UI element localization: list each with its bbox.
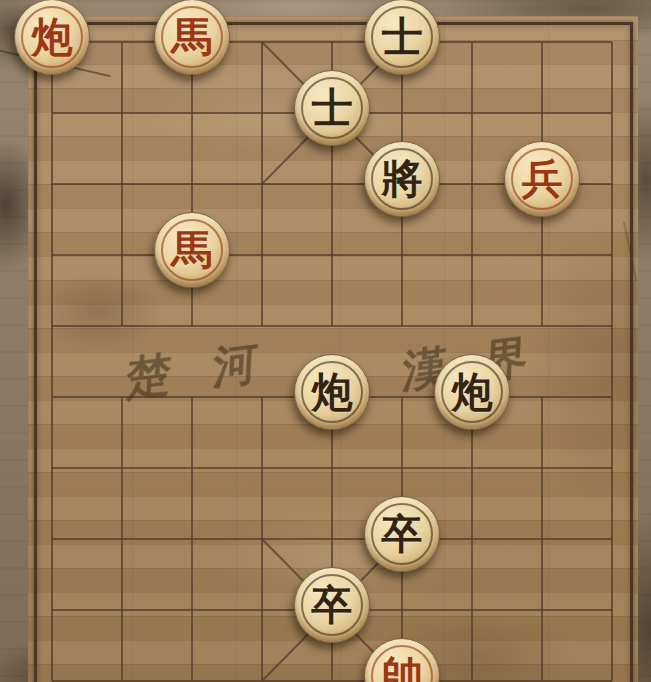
piece-disc: 士 <box>364 0 440 75</box>
piece-red-horse[interactable]: 馬 <box>154 0 230 75</box>
grid-file-line <box>471 42 473 326</box>
piece-character: 士 <box>382 17 423 58</box>
piece-red-horse[interactable]: 馬 <box>154 212 230 288</box>
piece-black-advisor[interactable]: 士 <box>364 0 440 75</box>
piece-disc: 炮 <box>434 354 510 430</box>
piece-disc: 帥 <box>364 638 440 682</box>
piece-character: 兵 <box>522 159 563 200</box>
piece-disc: 將 <box>364 141 440 217</box>
grid-file-line <box>121 397 123 681</box>
piece-character: 馬 <box>172 230 213 271</box>
piece-character: 士 <box>312 88 353 129</box>
piece-character: 帥 <box>382 656 423 682</box>
piece-disc: 馬 <box>154 0 230 75</box>
piece-black-cannon[interactable]: 炮 <box>294 354 370 430</box>
piece-disc: 卒 <box>294 567 370 643</box>
grid-file-line <box>471 397 473 681</box>
piece-disc: 卒 <box>364 496 440 572</box>
piece-red-soldier[interactable]: 兵 <box>504 141 580 217</box>
piece-black-general[interactable]: 將 <box>364 141 440 217</box>
grid-file-line <box>541 397 543 681</box>
piece-character: 卒 <box>382 514 423 555</box>
piece-character: 炮 <box>452 372 493 413</box>
xiangqi-game-screenshot: 楚河 漢界 炮馬士士將兵馬炮炮卒卒帥 <box>0 0 651 682</box>
piece-character: 馬 <box>172 17 213 58</box>
grid-file-line <box>51 42 53 681</box>
piece-character: 將 <box>382 159 423 200</box>
piece-character: 炮 <box>312 372 353 413</box>
grid-file-line <box>611 42 613 681</box>
grid-file-line <box>121 42 123 326</box>
piece-black-cannon[interactable]: 炮 <box>434 354 510 430</box>
piece-disc: 兵 <box>504 141 580 217</box>
piece-character: 卒 <box>312 585 353 626</box>
piece-character: 炮 <box>32 17 73 58</box>
piece-disc: 馬 <box>154 212 230 288</box>
grid-file-line <box>191 397 193 681</box>
piece-red-general[interactable]: 帥 <box>364 638 440 682</box>
piece-black-soldier[interactable]: 卒 <box>294 567 370 643</box>
piece-black-advisor[interactable]: 士 <box>294 70 370 146</box>
piece-disc: 炮 <box>14 0 90 75</box>
piece-disc: 炮 <box>294 354 370 430</box>
piece-red-cannon[interactable]: 炮 <box>14 0 90 75</box>
piece-disc: 士 <box>294 70 370 146</box>
piece-black-soldier[interactable]: 卒 <box>364 496 440 572</box>
